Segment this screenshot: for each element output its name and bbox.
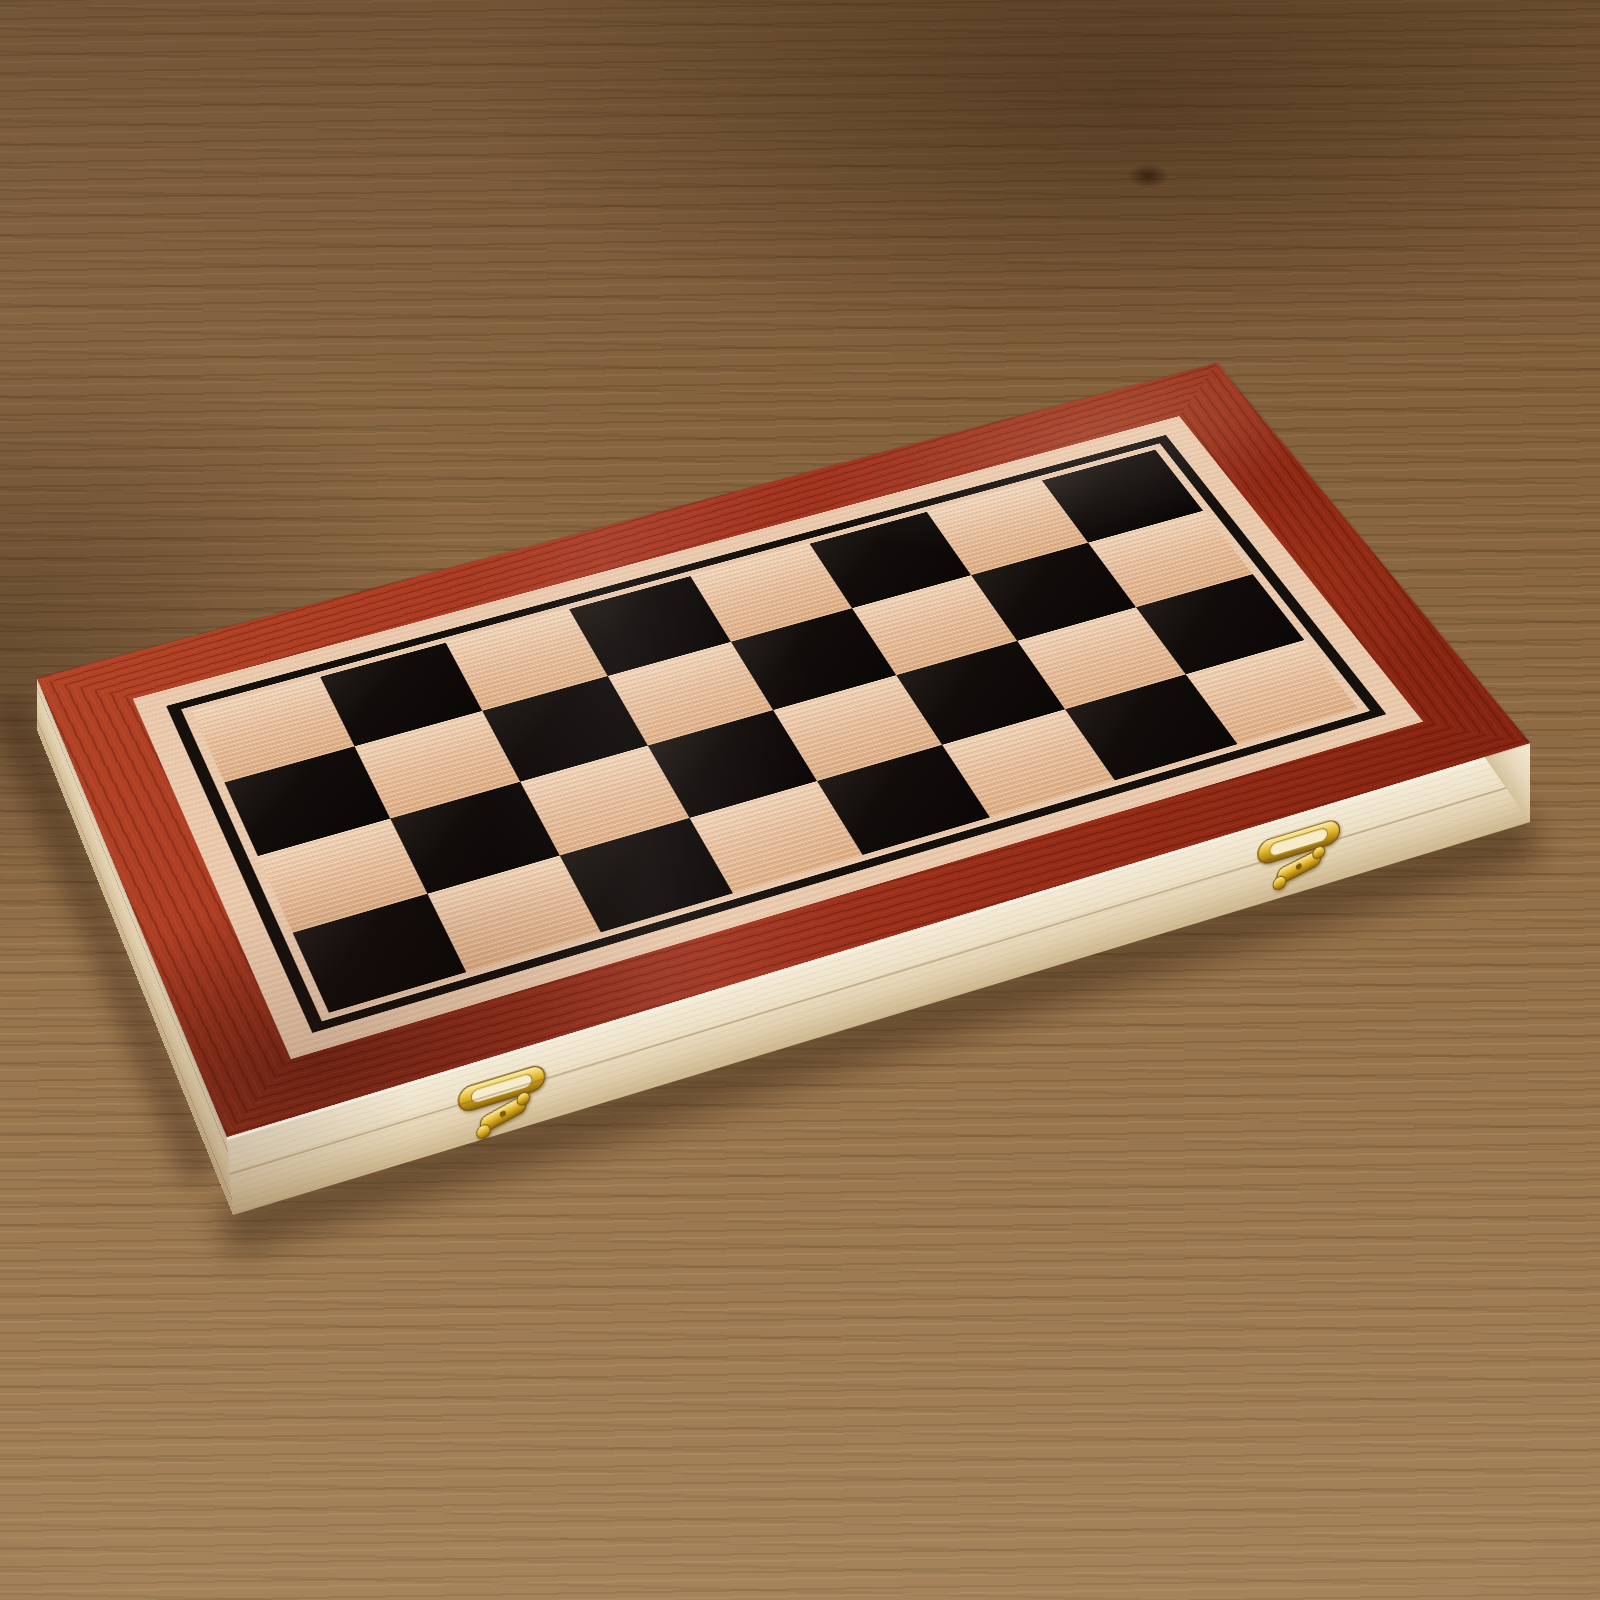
photo-scene bbox=[0, 0, 1600, 1600]
